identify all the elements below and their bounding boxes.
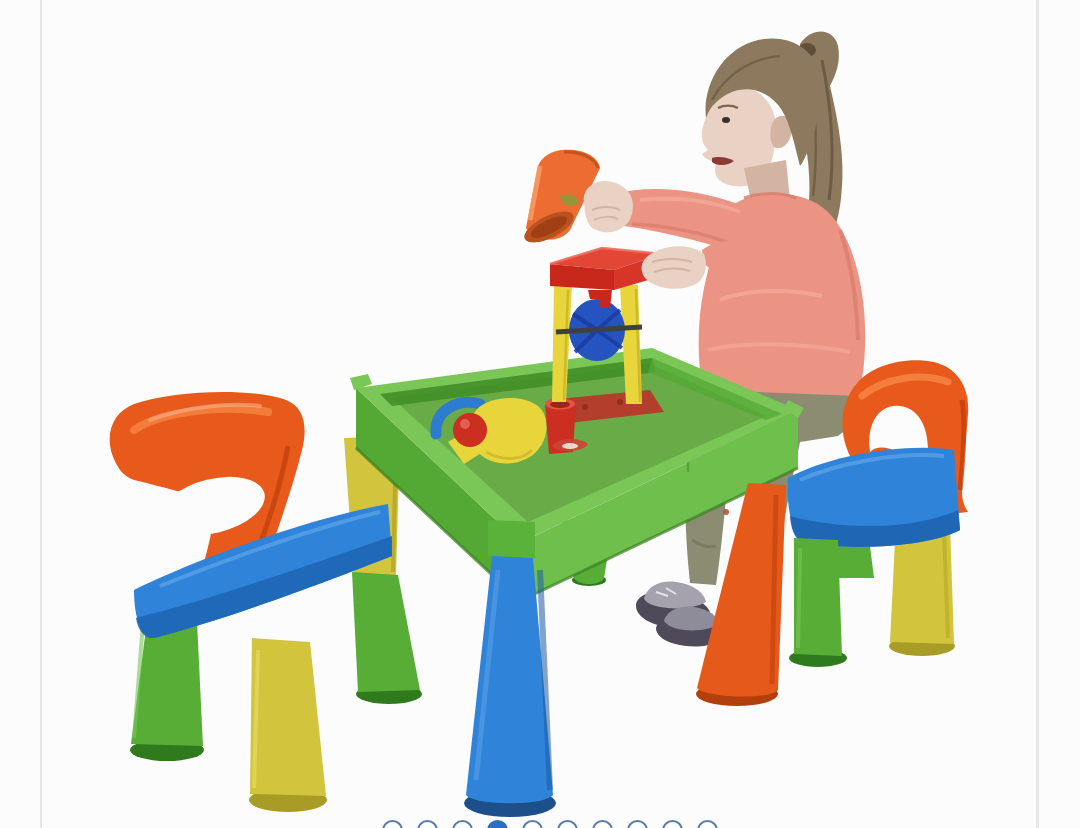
- carousel-dot-4[interactable]: [487, 820, 508, 828]
- carousel-dot-5[interactable]: [522, 820, 543, 828]
- product-photo-slide[interactable]: [0, 0, 1080, 828]
- carousel-dot-7[interactable]: [592, 820, 613, 828]
- product-photo: [0, 0, 1080, 828]
- carousel-dot-10[interactable]: [697, 820, 718, 828]
- carousel-dot-1[interactable]: [382, 820, 403, 828]
- table-leg-front-blue: [464, 556, 556, 817]
- carousel-dot-3[interactable]: [452, 820, 473, 828]
- child-eye: [722, 117, 730, 123]
- carousel-dots: [382, 820, 718, 828]
- carousel-dot-9[interactable]: [662, 820, 683, 828]
- carousel-dot-6[interactable]: [557, 820, 578, 828]
- carousel-dot-8[interactable]: [627, 820, 648, 828]
- chair-right-leg-front: [789, 538, 847, 667]
- child-right-hand: [584, 181, 633, 232]
- chair-left-leg-back-right: [352, 572, 422, 704]
- carousel-dot-2[interactable]: [417, 820, 438, 828]
- chair-left-leg-front: [249, 638, 327, 812]
- chair-right-seat: [788, 448, 960, 547]
